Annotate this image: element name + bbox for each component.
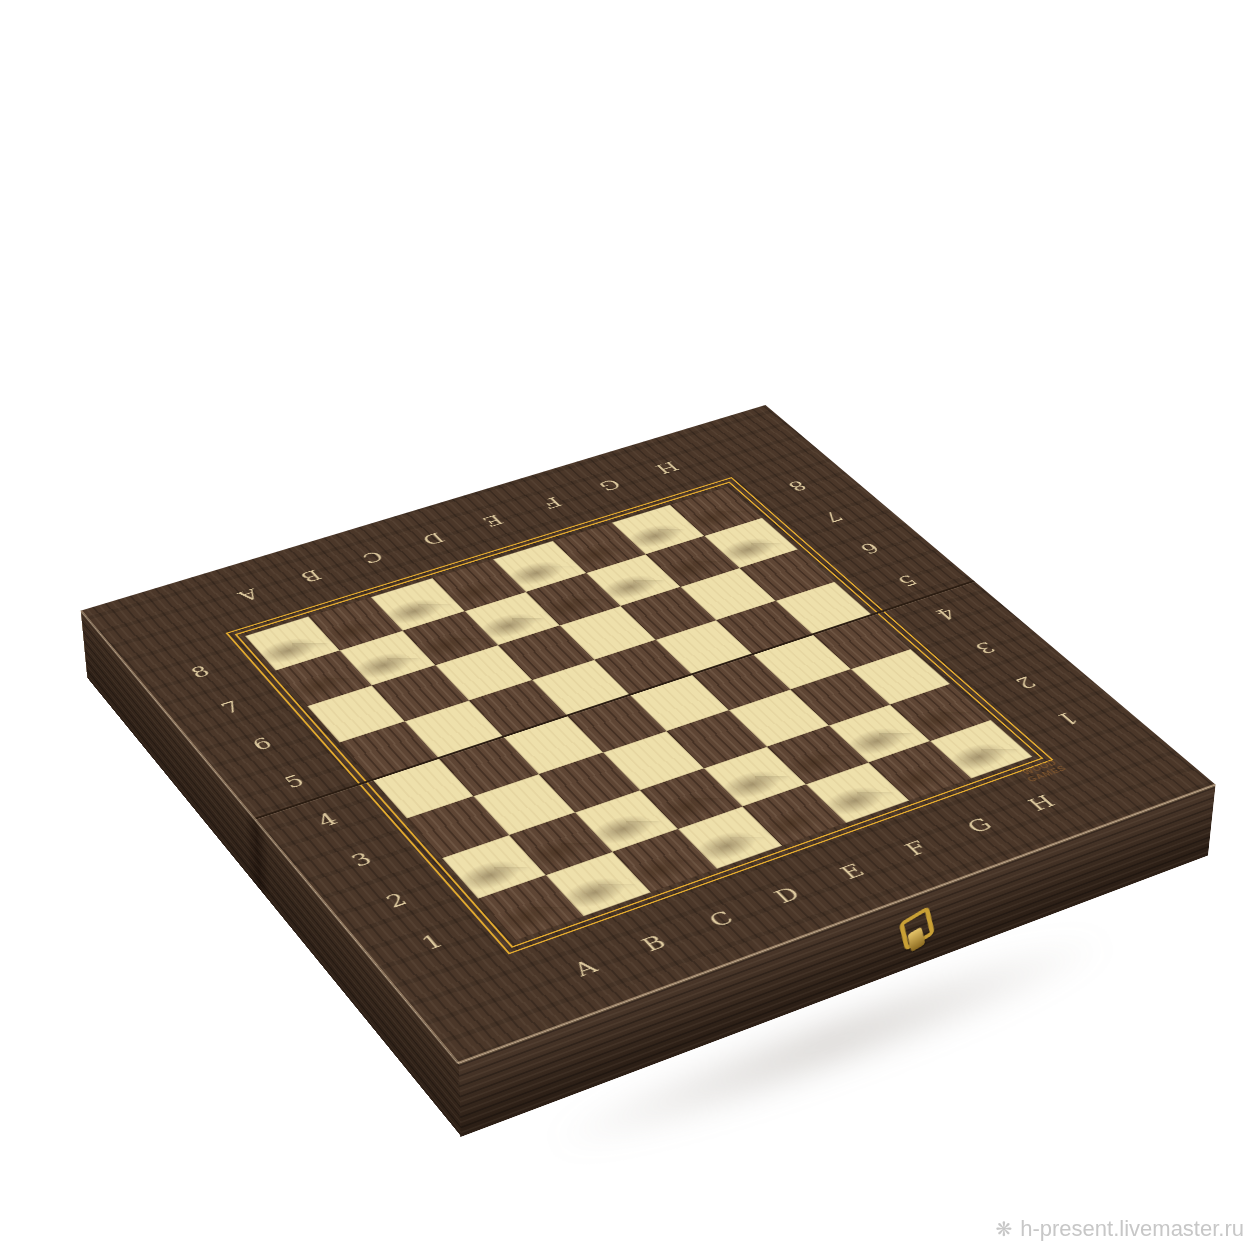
- file-label-back-D: D: [419, 530, 448, 547]
- file-label-back-A: A: [235, 586, 262, 603]
- file-label-back-H: H: [652, 459, 682, 475]
- file-label-back-E: E: [479, 513, 506, 529]
- watermark-text: h-present.livemaster.ru: [1020, 1216, 1244, 1242]
- watermark: ❋ h-present.livemaster.ru: [995, 1216, 1244, 1242]
- file-label-back-F: F: [539, 495, 565, 511]
- snowflake-icon: ❋: [995, 1217, 1012, 1241]
- piece-glyph: ♜: [471, 709, 590, 938]
- rank-label-right-8: 8: [784, 478, 810, 493]
- file-label-back-B: B: [297, 568, 324, 585]
- rank-label-left-8: 8: [187, 663, 213, 680]
- product-photo: WOOD GAMES AABBCCDDEEFFGGHH8765432187654…: [0, 0, 1250, 1250]
- chess-board: WOOD GAMES AABBCCDDEEFFGGHH8765432187654…: [81, 405, 1216, 1063]
- file-label-back-G: G: [596, 477, 625, 493]
- file-label-back-C: C: [359, 549, 387, 566]
- scene: WOOD GAMES AABBCCDDEEFFGGHH8765432187654…: [0, 0, 1250, 1250]
